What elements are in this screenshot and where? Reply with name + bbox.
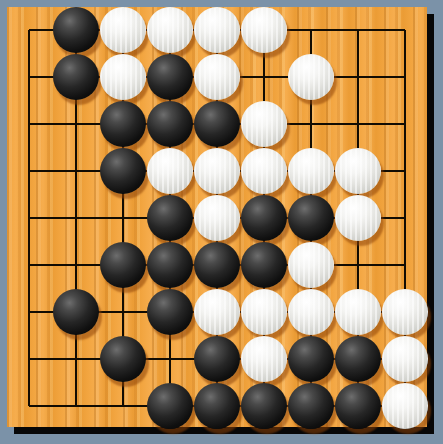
go-app-window bbox=[0, 0, 443, 444]
black-stone[interactable] bbox=[53, 7, 99, 53]
black-stone[interactable] bbox=[100, 242, 146, 288]
white-stone[interactable] bbox=[194, 195, 240, 241]
white-stone[interactable] bbox=[147, 7, 193, 53]
black-stone[interactable] bbox=[194, 101, 240, 147]
white-stone[interactable] bbox=[194, 148, 240, 194]
black-stone[interactable] bbox=[147, 383, 193, 429]
white-stone[interactable] bbox=[335, 195, 381, 241]
white-stone[interactable] bbox=[288, 242, 334, 288]
white-stone[interactable] bbox=[241, 7, 287, 53]
white-stone[interactable] bbox=[335, 289, 381, 335]
black-stone[interactable] bbox=[241, 242, 287, 288]
white-stone[interactable] bbox=[288, 148, 334, 194]
black-stone[interactable] bbox=[194, 242, 240, 288]
white-stone[interactable] bbox=[288, 54, 334, 100]
white-stone[interactable] bbox=[100, 54, 146, 100]
black-stone[interactable] bbox=[147, 242, 193, 288]
black-stone[interactable] bbox=[147, 101, 193, 147]
black-stone[interactable] bbox=[288, 336, 334, 382]
black-stone[interactable] bbox=[100, 148, 146, 194]
white-stone[interactable] bbox=[335, 148, 381, 194]
go-board[interactable] bbox=[7, 7, 427, 427]
white-stone[interactable] bbox=[194, 54, 240, 100]
black-stone[interactable] bbox=[335, 336, 381, 382]
black-stone[interactable] bbox=[147, 54, 193, 100]
black-stone[interactable] bbox=[100, 101, 146, 147]
white-stone[interactable] bbox=[194, 7, 240, 53]
white-stone[interactable] bbox=[382, 289, 428, 335]
black-stone[interactable] bbox=[53, 54, 99, 100]
black-stone[interactable] bbox=[241, 195, 287, 241]
black-stone[interactable] bbox=[194, 383, 240, 429]
black-stone[interactable] bbox=[335, 383, 381, 429]
white-stone[interactable] bbox=[241, 148, 287, 194]
black-stone[interactable] bbox=[147, 289, 193, 335]
white-stone[interactable] bbox=[147, 148, 193, 194]
white-stone[interactable] bbox=[382, 383, 428, 429]
white-stone[interactable] bbox=[241, 289, 287, 335]
white-stone[interactable] bbox=[241, 336, 287, 382]
white-stone[interactable] bbox=[194, 289, 240, 335]
white-stone[interactable] bbox=[241, 101, 287, 147]
black-stone[interactable] bbox=[194, 336, 240, 382]
black-stone[interactable] bbox=[53, 289, 99, 335]
black-stone[interactable] bbox=[100, 336, 146, 382]
white-stone[interactable] bbox=[288, 289, 334, 335]
black-stone[interactable] bbox=[288, 383, 334, 429]
black-stone[interactable] bbox=[147, 195, 193, 241]
white-stone[interactable] bbox=[382, 336, 428, 382]
white-stone[interactable] bbox=[100, 7, 146, 53]
black-stone[interactable] bbox=[288, 195, 334, 241]
black-stone[interactable] bbox=[241, 383, 287, 429]
